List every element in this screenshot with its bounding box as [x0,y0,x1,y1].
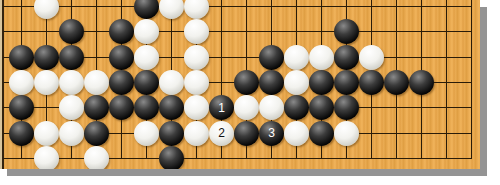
black-stone [84,121,109,146]
intersection[interactable] [34,70,59,95]
white-stone [59,121,84,146]
intersection[interactable] [234,146,259,169]
white-stone [159,0,184,19]
intersection[interactable] [109,19,134,44]
intersection[interactable] [134,95,159,120]
white-stone-move-2: 2 [209,121,234,146]
black-stone [384,70,409,95]
intersection[interactable] [459,70,480,95]
intersection[interactable] [134,45,159,70]
intersection[interactable] [384,120,409,145]
intersection[interactable] [309,146,334,169]
intersection[interactable] [434,95,459,120]
intersection[interactable] [259,146,284,169]
white-stone [234,95,259,120]
intersection[interactable] [9,70,34,95]
intersection[interactable] [134,70,159,95]
intersection[interactable] [284,0,309,19]
intersection[interactable] [59,120,84,145]
black-stone-move-3: 3 [259,121,284,146]
black-stone [109,95,134,120]
intersection[interactable] [334,70,359,95]
intersection[interactable] [234,0,259,19]
intersection[interactable] [84,95,109,120]
intersection[interactable] [184,95,209,120]
move-number-label: 3 [268,127,275,139]
intersection[interactable] [209,19,234,44]
intersection[interactable] [459,45,480,70]
white-stone [284,45,309,70]
intersection[interactable] [84,120,109,145]
intersection[interactable] [234,45,259,70]
intersection[interactable] [334,120,359,145]
white-stone [184,70,209,95]
white-stone [84,70,109,95]
intersection[interactable] [234,120,259,145]
black-stone [84,95,109,120]
black-stone [234,70,259,95]
black-stone [34,45,59,70]
black-stone [134,70,159,95]
black-stone [334,19,359,44]
black-stone [409,70,434,95]
black-stone [309,95,334,120]
intersection[interactable] [259,95,284,120]
white-stone [359,45,384,70]
intersection[interactable] [184,70,209,95]
black-stone [9,95,34,120]
intersection[interactable] [309,70,334,95]
intersection[interactable] [409,146,434,169]
intersection[interactable] [409,19,434,44]
go-board[interactable]: 123 [0,0,480,169]
black-stone [134,95,159,120]
intersection[interactable] [434,45,459,70]
white-stone [134,45,159,70]
black-stone [9,121,34,146]
white-stone [9,70,34,95]
intersection[interactable] [9,45,34,70]
intersection[interactable] [34,120,59,145]
intersection[interactable] [359,0,384,19]
black-stone [109,45,134,70]
intersection[interactable] [259,19,284,44]
intersection[interactable] [209,70,234,95]
intersection[interactable] [184,19,209,44]
white-stone [34,121,59,146]
intersection[interactable] [59,19,84,44]
black-stone [9,45,34,70]
white-stone [59,95,84,120]
intersection[interactable] [9,0,34,19]
black-stone [359,70,384,95]
intersection[interactable] [34,95,59,120]
intersection[interactable] [359,70,384,95]
intersection[interactable] [434,70,459,95]
white-stone [284,121,309,146]
intersection[interactable] [434,19,459,44]
intersection[interactable] [384,70,409,95]
intersection[interactable] [334,95,359,120]
intersection[interactable] [359,45,384,70]
intersection[interactable] [109,0,134,19]
intersection[interactable] [459,146,480,169]
intersection[interactable] [409,45,434,70]
intersection[interactable] [284,120,309,145]
black-stone [109,19,134,44]
intersection[interactable] [9,120,34,145]
move-number-label: 2 [218,127,225,139]
black-stone [284,95,309,120]
intersection[interactable] [309,45,334,70]
white-stone [184,95,209,120]
intersection[interactable] [259,0,284,19]
intersection[interactable] [159,95,184,120]
intersection[interactable] [184,120,209,145]
intersection[interactable] [384,0,409,19]
intersection[interactable] [84,45,109,70]
intersection[interactable] [334,19,359,44]
black-stone [234,121,259,146]
white-stone [184,19,209,44]
intersection[interactable] [134,120,159,145]
black-stone [334,95,359,120]
intersection[interactable] [234,70,259,95]
intersection[interactable] [34,45,59,70]
intersection[interactable] [334,45,359,70]
intersection[interactable] [409,70,434,95]
intersection[interactable] [409,120,434,145]
intersection[interactable] [459,19,480,44]
intersection[interactable] [184,146,209,169]
intersection[interactable] [84,0,109,19]
intersection[interactable] [34,19,59,44]
white-stone [184,45,209,70]
intersection[interactable] [159,146,184,169]
black-stone [334,45,359,70]
intersection-grid: 123 [9,0,480,169]
intersection[interactable] [309,120,334,145]
intersection[interactable] [159,45,184,70]
black-stone [59,45,84,70]
intersection[interactable] [434,146,459,169]
white-stone [134,121,159,146]
intersection[interactable] [84,70,109,95]
intersection[interactable] [359,19,384,44]
intersection[interactable] [134,146,159,169]
white-stone [134,19,159,44]
intersection[interactable] [109,146,134,169]
white-stone [309,45,334,70]
white-stone [184,0,209,19]
intersection[interactable] [284,70,309,95]
intersection[interactable] [59,95,84,120]
intersection[interactable] [59,146,84,169]
intersection[interactable] [359,146,384,169]
black-stone [259,70,284,95]
move-number-label: 1 [218,102,225,114]
intersection[interactable] [9,146,34,169]
black-stone [109,70,134,95]
intersection[interactable] [9,95,34,120]
intersection[interactable]: 1 [209,95,234,120]
white-stone [334,121,359,146]
white-stone [259,95,284,120]
intersection[interactable] [409,95,434,120]
white-stone [34,0,59,19]
intersection[interactable] [159,120,184,145]
intersection[interactable] [259,45,284,70]
white-stone [184,121,209,146]
intersection[interactable] [134,19,159,44]
board-left-border-line [2,0,4,169]
white-stone [84,146,109,169]
black-stone [59,19,84,44]
intersection[interactable] [84,19,109,44]
intersection[interactable] [9,19,34,44]
intersection[interactable] [434,0,459,19]
intersection[interactable] [234,95,259,120]
intersection[interactable] [309,19,334,44]
black-stone [309,121,334,146]
white-stone [284,70,309,95]
intersection[interactable] [384,146,409,169]
black-stone [259,45,284,70]
intersection[interactable] [84,146,109,169]
intersection[interactable] [134,0,159,19]
intersection[interactable] [334,146,359,169]
intersection[interactable] [209,45,234,70]
intersection[interactable] [109,120,134,145]
intersection[interactable] [159,19,184,44]
intersection[interactable] [284,146,309,169]
intersection[interactable] [459,95,480,120]
intersection[interactable] [184,45,209,70]
intersection[interactable] [184,0,209,19]
intersection[interactable] [309,0,334,19]
intersection[interactable] [59,70,84,95]
intersection[interactable] [309,95,334,120]
intersection[interactable] [34,0,59,19]
black-stone [159,95,184,120]
intersection[interactable] [359,120,384,145]
black-stone [159,121,184,146]
intersection[interactable] [209,146,234,169]
intersection[interactable] [284,95,309,120]
intersection[interactable] [159,0,184,19]
intersection[interactable] [409,0,434,19]
intersection[interactable]: 3 [259,120,284,145]
intersection[interactable] [334,0,359,19]
white-stone [34,70,59,95]
intersection[interactable] [234,19,259,44]
intersection[interactable] [209,0,234,19]
intersection[interactable] [109,70,134,95]
intersection[interactable] [459,0,480,19]
black-stone [159,146,184,169]
intersection[interactable] [109,45,134,70]
intersection[interactable] [284,45,309,70]
intersection[interactable] [359,95,384,120]
black-stone [134,0,159,19]
white-stone [34,146,59,169]
intersection[interactable] [384,95,409,120]
black-stone [334,70,359,95]
intersection[interactable] [459,120,480,145]
intersection[interactable] [109,95,134,120]
intersection[interactable] [159,70,184,95]
black-stone [309,70,334,95]
intersection[interactable] [384,45,409,70]
black-stone-move-1: 1 [209,95,234,120]
intersection[interactable] [434,120,459,145]
white-stone [159,70,184,95]
intersection[interactable] [59,45,84,70]
go-diagram-page: 123 [0,0,500,185]
intersection[interactable] [59,0,84,19]
intersection[interactable] [259,70,284,95]
intersection[interactable]: 2 [209,120,234,145]
white-stone [59,70,84,95]
intersection[interactable] [284,19,309,44]
intersection[interactable] [34,146,59,169]
intersection[interactable] [384,19,409,44]
